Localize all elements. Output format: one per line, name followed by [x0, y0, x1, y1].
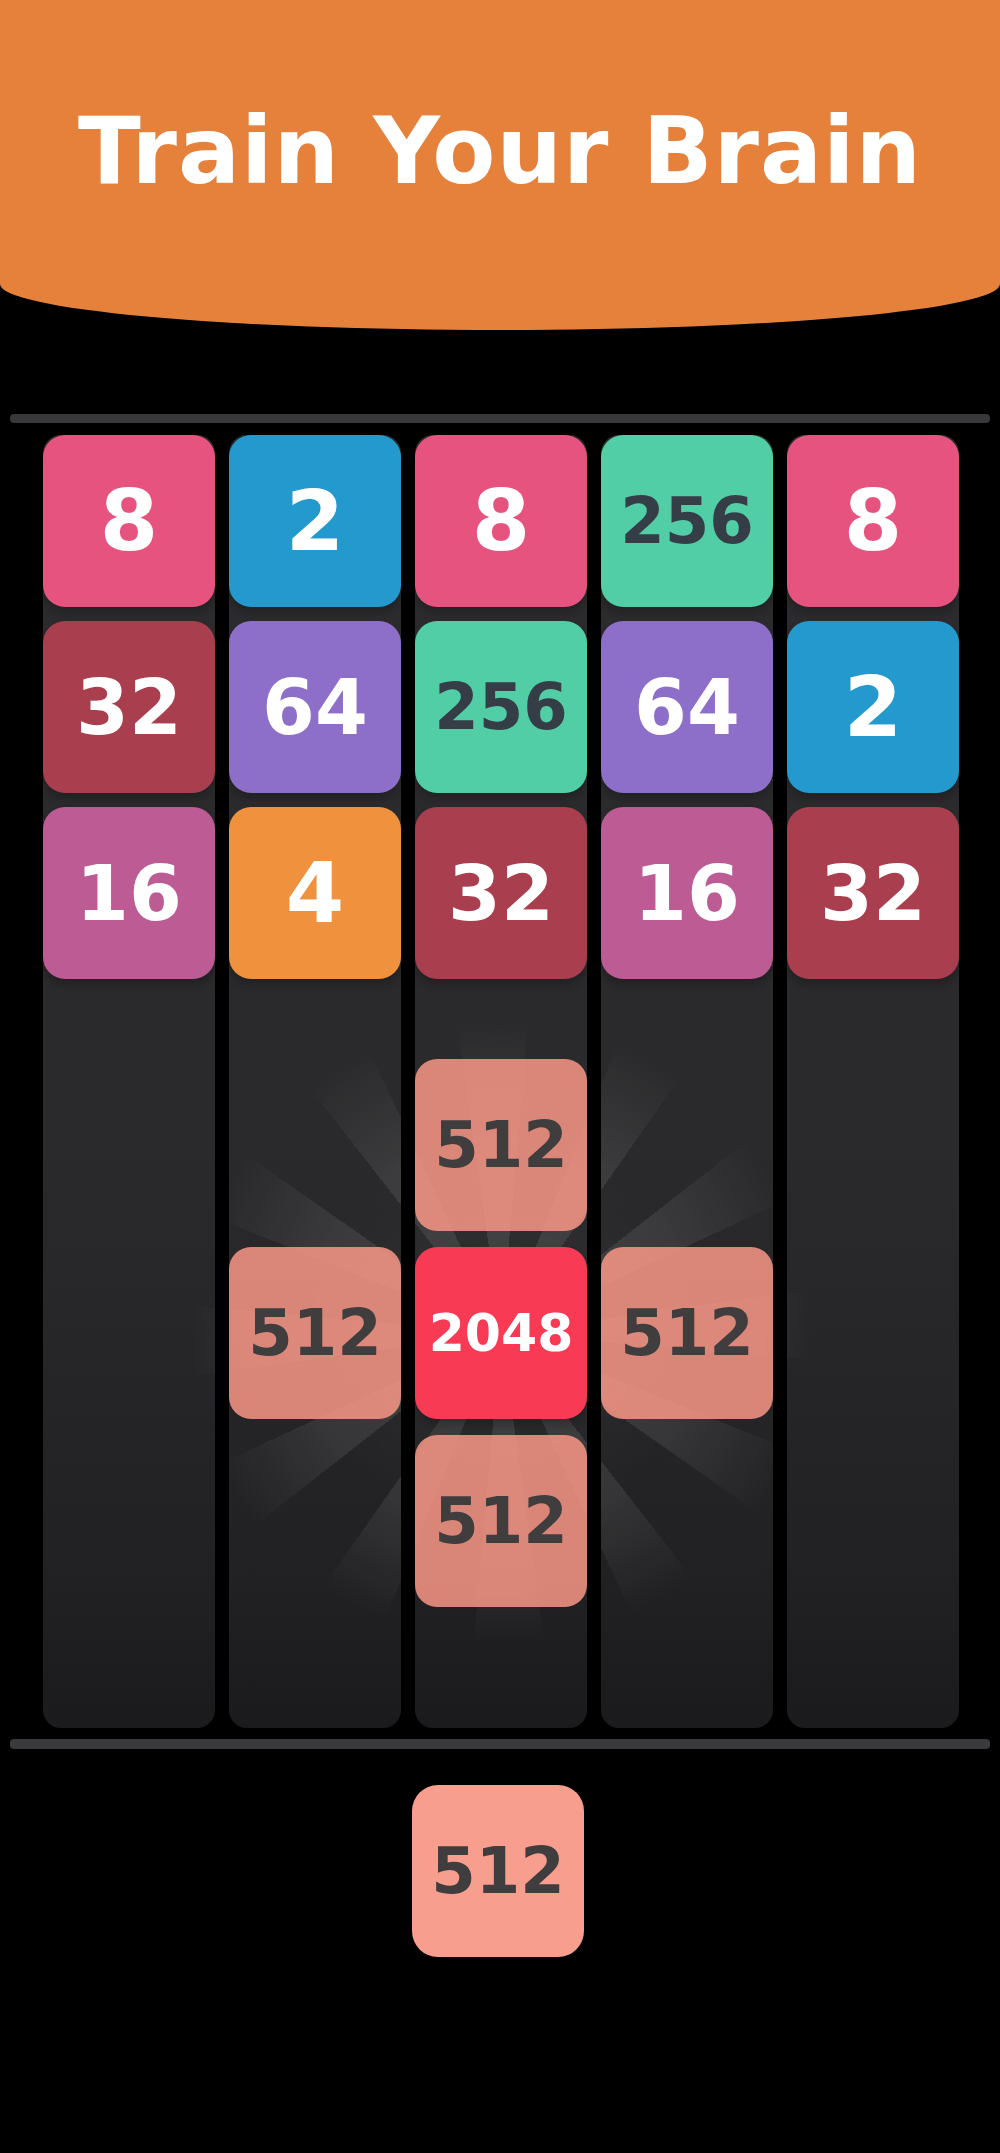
tile-512-merging-left: 512 [229, 1247, 401, 1419]
tile-512-merging-bottom: 512 [415, 1435, 587, 1607]
tile-8: 8 [43, 435, 215, 607]
tile-16: 16 [601, 807, 773, 979]
tile-512-merging-right: 512 [601, 1247, 773, 1419]
board-bottom-divider [10, 1739, 990, 1749]
tile-2: 2 [787, 621, 959, 793]
tile-16: 16 [43, 807, 215, 979]
tile-4: 4 [229, 807, 401, 979]
tile-256: 256 [601, 435, 773, 607]
game-screen: Train Your Brain 8 2 8 256 8 32 64 256 6… [0, 0, 1000, 2153]
incoming-tile-512[interactable]: 512 [412, 1785, 584, 1957]
tile-256: 256 [415, 621, 587, 793]
page-title: Train Your Brain [78, 98, 922, 205]
tile-2: 2 [229, 435, 401, 607]
board-top-divider [10, 414, 990, 423]
header-banner: Train Your Brain [0, 0, 1000, 330]
tile-32: 32 [415, 807, 587, 979]
tile-8: 8 [787, 435, 959, 607]
tile-32: 32 [787, 807, 959, 979]
tile-512-merging-top: 512 [415, 1059, 587, 1231]
tile-2048: 2048 [415, 1247, 587, 1419]
tile-64: 64 [229, 621, 401, 793]
tile-8: 8 [415, 435, 587, 607]
tile-64: 64 [601, 621, 773, 793]
tile-32: 32 [43, 621, 215, 793]
